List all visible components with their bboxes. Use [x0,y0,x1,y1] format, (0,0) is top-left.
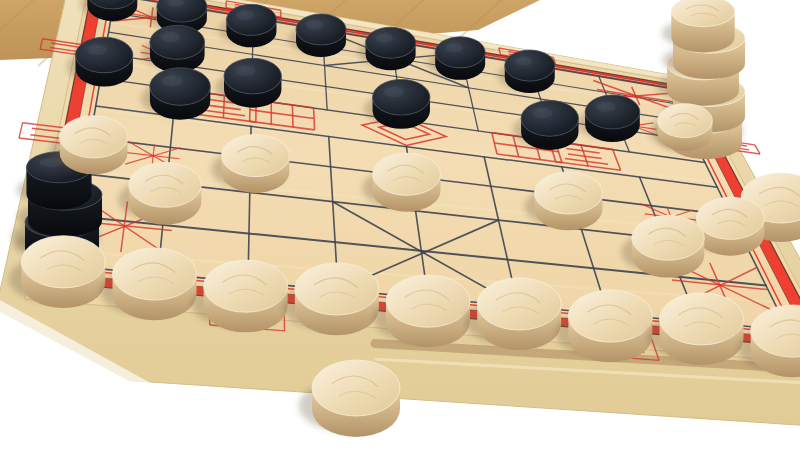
white-stacked-disc[interactable] [662,0,735,52]
xiangqi-scene [0,0,800,450]
board-photo [0,0,800,450]
